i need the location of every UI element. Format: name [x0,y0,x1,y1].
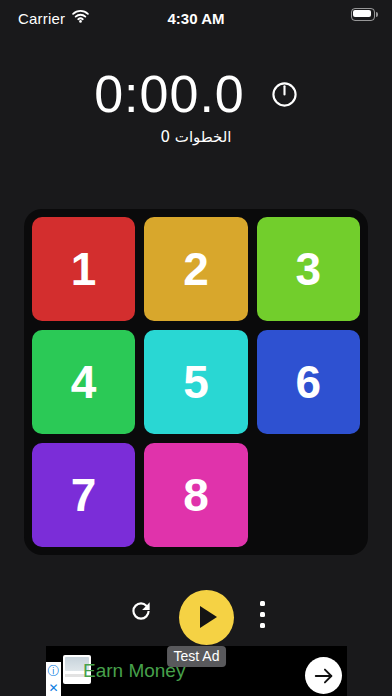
timer-value: 0:00.0 [94,64,245,124]
controls-bar [0,588,392,646]
restart-button[interactable] [128,598,154,624]
puzzle-tile-5[interactable]: 5 [144,330,247,434]
status-bar: Carrier 4:30 AM [0,0,392,36]
ad-close-icon[interactable]: ✕ [46,679,61,696]
puzzle-tile-2[interactable]: 2 [144,217,247,321]
ad-info-icon[interactable]: ⓘ [46,662,61,679]
steps-counter-label: الخطوات 0 [0,128,392,146]
puzzle-tile-1[interactable]: 1 [32,217,135,321]
puzzle-tile-8[interactable]: 8 [144,443,247,547]
puzzle-tile-4[interactable]: 4 [32,330,135,434]
arrow-right-icon [313,665,335,687]
stopwatch-icon [271,81,298,108]
ad-cta-button[interactable] [305,657,342,694]
play-icon [200,606,217,628]
test-ad-badge: Test Ad [167,646,227,667]
play-button[interactable] [179,590,234,645]
adchoices-strip: ⓘ ✕ [46,662,61,696]
menu-button[interactable] [260,601,265,628]
app-screen: Carrier 4:30 AM 0:00.0 الخطوات 0 1 2 [0,0,392,696]
timer-row: 0:00.0 [0,64,392,124]
puzzle-board: 1 2 3 4 5 6 7 8 [24,209,368,555]
kebab-menu-icon [260,601,265,606]
puzzle-tile-6[interactable]: 6 [257,330,360,434]
carrier-label: Carrier [18,10,65,27]
ad-banner[interactable]: ⓘ ✕ Earn Money Test Ad [46,646,347,696]
status-left: Carrier [18,9,90,27]
puzzle-tile-7[interactable]: 7 [32,443,135,547]
clock-time: 4:30 AM [168,10,225,27]
puzzle-empty-cell [257,443,360,547]
puzzle-tile-3[interactable]: 3 [257,217,360,321]
battery-icon [351,8,378,21]
wifi-icon [71,9,90,27]
